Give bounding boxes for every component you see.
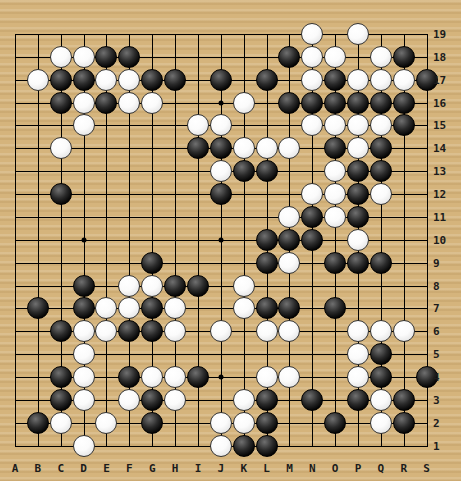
stone-white [95,297,117,319]
stone-white [324,183,346,205]
stone-white [347,320,369,342]
go-app-window: ABCDEFGHIJKLMNOPQRS191817161514131211109… [0,0,461,481]
star-point [218,100,223,105]
stone-black [393,412,415,434]
stone-white [164,320,186,342]
stone-black [324,92,346,114]
stone-black [141,320,163,342]
row-label: 11 [433,210,459,223]
grid-line [15,34,16,447]
star-point [81,237,86,242]
row-label: 16 [433,96,459,109]
stone-black [256,297,278,319]
stone-black [370,343,392,365]
stone-black [187,275,209,297]
stone-white [141,92,163,114]
column-label: B [28,462,48,475]
stone-white [347,69,369,91]
stone-white [324,114,346,136]
stone-white [73,320,95,342]
stone-black [95,92,117,114]
stone-white [50,46,72,68]
stone-white [27,69,49,91]
stone-black [210,183,232,205]
stone-white [73,46,95,68]
stone-white [278,366,300,388]
stone-white [347,23,369,45]
column-label: R [394,462,414,475]
stone-black [73,69,95,91]
stone-black [256,229,278,251]
stone-black [347,183,369,205]
stone-white [73,114,95,136]
stone-white [95,69,117,91]
stone-white [278,320,300,342]
stone-black [187,137,209,159]
stone-black [187,366,209,388]
stone-black [50,183,72,205]
stone-black [256,412,278,434]
stone-black [50,320,72,342]
row-label: 15 [433,119,459,132]
stone-white [370,320,392,342]
stone-black [256,389,278,411]
column-label: F [119,462,139,475]
stone-black [278,297,300,319]
stone-white [233,412,255,434]
row-label: 14 [433,142,459,155]
column-label: M [279,462,299,475]
stone-black [278,46,300,68]
stone-white [210,160,232,182]
stone-white [301,183,323,205]
stone-black [370,366,392,388]
row-label: 5 [433,348,459,361]
stone-white [73,435,95,457]
stone-black [233,160,255,182]
stone-black [50,92,72,114]
stone-white [370,412,392,434]
stone-black [118,320,140,342]
stone-black [278,229,300,251]
stone-white [347,114,369,136]
stone-white [210,435,232,457]
stone-black [370,92,392,114]
stone-white [370,114,392,136]
stone-black [141,389,163,411]
column-label: Q [371,462,391,475]
stone-black [233,435,255,457]
stone-black [324,297,346,319]
stone-white [301,69,323,91]
stone-white [50,412,72,434]
stone-black [393,92,415,114]
stone-black [141,412,163,434]
column-label: K [234,462,254,475]
column-label: N [302,462,322,475]
stone-black [324,137,346,159]
grid-line [38,34,39,447]
stone-white [73,389,95,411]
go-board[interactable]: ABCDEFGHIJKLMNOPQRS191817161514131211109… [0,0,461,461]
stone-black [393,114,415,136]
stone-white [233,275,255,297]
stone-white [278,206,300,228]
row-label: 6 [433,325,459,338]
stone-black [164,69,186,91]
stone-black [141,69,163,91]
stone-black [278,92,300,114]
stone-white [278,137,300,159]
stone-black [347,389,369,411]
stone-black [347,252,369,274]
stone-black [324,252,346,274]
row-label: 18 [433,50,459,63]
stone-black [256,435,278,457]
stone-white [50,137,72,159]
row-label: 4 [433,371,459,384]
stone-black [370,137,392,159]
stone-black [73,297,95,319]
stone-white [278,252,300,274]
stone-white [141,275,163,297]
stone-white [141,366,163,388]
stone-black [27,297,49,319]
stone-white [95,412,117,434]
stone-black [347,206,369,228]
stone-white [233,92,255,114]
stone-black [347,92,369,114]
stone-black [141,252,163,274]
stone-white [73,366,95,388]
stone-white [118,297,140,319]
stone-black [393,46,415,68]
stone-black [73,275,95,297]
stone-black [301,229,323,251]
stone-white [95,320,117,342]
stone-white [73,92,95,114]
star-point [218,375,223,380]
stone-white [118,92,140,114]
stone-black [256,69,278,91]
column-label: O [325,462,345,475]
row-label: 1 [433,439,459,452]
stone-white [256,366,278,388]
stone-white [256,137,278,159]
stone-black [118,366,140,388]
stone-black [393,389,415,411]
row-label: 19 [433,28,459,41]
stone-white [256,320,278,342]
column-label: I [188,462,208,475]
row-label: 10 [433,233,459,246]
column-label: C [51,462,71,475]
stone-white [164,366,186,388]
stone-white [347,343,369,365]
stone-black [27,412,49,434]
stone-black [347,160,369,182]
stone-white [370,183,392,205]
row-label: 8 [433,279,459,292]
column-label: J [211,462,231,475]
stone-white [347,137,369,159]
stone-black [256,252,278,274]
stone-black [118,46,140,68]
stone-black [324,69,346,91]
stone-black [301,206,323,228]
stone-black [370,252,392,274]
stone-white [393,69,415,91]
row-label: 13 [433,165,459,178]
column-label: P [348,462,368,475]
stone-white [301,114,323,136]
stone-black [50,389,72,411]
stone-white [164,297,186,319]
stone-white [118,389,140,411]
stone-black [50,69,72,91]
stone-white [210,320,232,342]
stone-white [301,23,323,45]
stone-white [210,114,232,136]
stone-white [393,320,415,342]
row-label: 17 [433,73,459,86]
column-label: S [417,462,437,475]
stone-black [370,160,392,182]
stone-black [210,137,232,159]
column-label: D [74,462,94,475]
column-label: G [142,462,162,475]
stone-white [233,389,255,411]
stone-black [301,92,323,114]
stone-black [301,389,323,411]
stone-white [187,114,209,136]
stone-white [233,137,255,159]
stone-black [324,412,346,434]
stone-white [73,343,95,365]
stone-white [164,389,186,411]
stone-white [301,46,323,68]
row-label: 9 [433,256,459,269]
stone-white [370,389,392,411]
row-label: 3 [433,393,459,406]
stone-white [370,46,392,68]
stone-white [210,412,232,434]
stone-black [210,69,232,91]
stone-white [324,46,346,68]
column-label: H [165,462,185,475]
stone-black [256,160,278,182]
column-label: E [96,462,116,475]
column-label: L [257,462,277,475]
stone-black [164,275,186,297]
stone-white [118,69,140,91]
star-point [218,237,223,242]
stone-white [233,297,255,319]
row-label: 12 [433,188,459,201]
stone-white [347,366,369,388]
stone-white [324,206,346,228]
stone-black [141,297,163,319]
stone-black [95,46,117,68]
row-label: 2 [433,416,459,429]
row-label: 7 [433,302,459,315]
stone-white [370,69,392,91]
stone-white [324,160,346,182]
stone-black [50,366,72,388]
stone-white [347,229,369,251]
column-label: A [5,462,25,475]
stone-white [118,275,140,297]
